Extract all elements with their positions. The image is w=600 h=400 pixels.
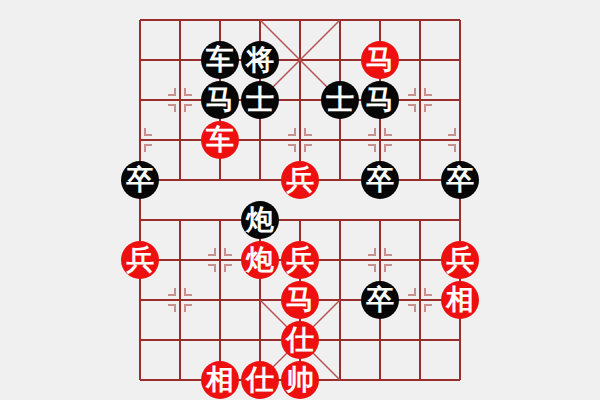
piece-red-horse[interactable]: 马: [361, 41, 399, 79]
board-intersection[interactable]: 车: [200, 40, 240, 80]
board-intersection[interactable]: 炮: [240, 240, 280, 280]
board-intersection[interactable]: [200, 240, 240, 280]
board-intersection[interactable]: [240, 120, 280, 160]
board-intersection[interactable]: [160, 40, 200, 80]
board-intersection[interactable]: 卒: [360, 160, 400, 200]
board-intersection[interactable]: [160, 160, 200, 200]
board-intersection[interactable]: [360, 320, 400, 360]
board-intersection[interactable]: 帅: [280, 360, 320, 400]
board-intersection[interactable]: 相: [200, 360, 240, 400]
board-intersection[interactable]: [240, 280, 280, 320]
piece-red-soldier[interactable]: 兵: [121, 241, 159, 279]
board-intersection[interactable]: 兵: [280, 240, 320, 280]
piece-red-advisor[interactable]: 仕: [281, 321, 319, 359]
board-intersection[interactable]: 仕: [280, 320, 320, 360]
board-intersection[interactable]: [360, 120, 400, 160]
piece-black-horse[interactable]: 马: [201, 81, 239, 119]
board-intersection[interactable]: [320, 280, 360, 320]
board-intersection[interactable]: [160, 0, 200, 40]
board-intersection[interactable]: [200, 280, 240, 320]
board-intersection[interactable]: [400, 320, 440, 360]
board-intersection[interactable]: [120, 360, 160, 400]
board-intersection[interactable]: [240, 0, 280, 40]
board-intersection[interactable]: [280, 120, 320, 160]
board-intersection[interactable]: [160, 200, 200, 240]
board-intersection[interactable]: [160, 80, 200, 120]
xiangqi-app: 车将马马士士马车卒兵卒卒炮兵炮兵兵马卒相仕相仕帅: [0, 0, 600, 400]
board-intersection[interactable]: [160, 320, 200, 360]
board-intersection[interactable]: [320, 360, 360, 400]
board-intersection[interactable]: 兵: [280, 160, 320, 200]
board-intersection[interactable]: [360, 240, 400, 280]
board-intersection[interactable]: [440, 40, 480, 80]
board-intersection[interactable]: 马: [280, 280, 320, 320]
board-intersection[interactable]: [320, 40, 360, 80]
piece-black-cannon[interactable]: 炮: [241, 201, 279, 239]
board-intersection[interactable]: [320, 240, 360, 280]
board-intersection[interactable]: [160, 240, 200, 280]
piece-black-soldier[interactable]: 卒: [361, 161, 399, 199]
board-intersection[interactable]: [120, 320, 160, 360]
board-intersection[interactable]: [320, 320, 360, 360]
piece-red-elephant[interactable]: 相: [441, 281, 479, 319]
board-intersection[interactable]: [160, 120, 200, 160]
board-intersection[interactable]: [440, 0, 480, 40]
board-intersection[interactable]: [360, 0, 400, 40]
xiangqi-piece-grid: 车将马马士士马车卒兵卒卒炮兵炮兵兵马卒相仕相仕帅: [120, 0, 480, 400]
board-intersection[interactable]: 仕: [240, 360, 280, 400]
board-intersection[interactable]: [320, 0, 360, 40]
board-intersection[interactable]: [400, 80, 440, 120]
board-intersection[interactable]: 士: [240, 80, 280, 120]
board-intersection[interactable]: [240, 160, 280, 200]
board-intersection[interactable]: [280, 0, 320, 40]
board-intersection[interactable]: [200, 200, 240, 240]
piece-black-soldier[interactable]: 卒: [441, 161, 479, 199]
board-intersection[interactable]: [280, 80, 320, 120]
board-intersection[interactable]: [240, 320, 280, 360]
board-intersection[interactable]: [400, 240, 440, 280]
board-intersection[interactable]: [120, 120, 160, 160]
board-intersection[interactable]: 将: [240, 40, 280, 80]
board-intersection[interactable]: [400, 160, 440, 200]
piece-black-general[interactable]: 将: [241, 41, 279, 79]
piece-red-general[interactable]: 帅: [281, 361, 319, 399]
piece-red-soldier[interactable]: 兵: [441, 241, 479, 279]
board-intersection[interactable]: [400, 280, 440, 320]
piece-red-soldier[interactable]: 兵: [281, 241, 319, 279]
piece-black-chariot[interactable]: 车: [201, 41, 239, 79]
board-intersection[interactable]: [440, 120, 480, 160]
board-intersection[interactable]: [320, 160, 360, 200]
board-intersection[interactable]: [200, 160, 240, 200]
piece-black-advisor[interactable]: 士: [241, 81, 279, 119]
board-intersection[interactable]: 卒: [360, 280, 400, 320]
board-intersection[interactable]: [440, 360, 480, 400]
board-intersection[interactable]: [200, 0, 240, 40]
board-intersection[interactable]: [400, 200, 440, 240]
board-intersection[interactable]: [440, 200, 480, 240]
piece-black-advisor[interactable]: 士: [321, 81, 359, 119]
board-intersection[interactable]: [400, 360, 440, 400]
board-intersection[interactable]: 炮: [240, 200, 280, 240]
piece-black-soldier[interactable]: 卒: [361, 281, 399, 319]
board-intersection[interactable]: [160, 360, 200, 400]
board-intersection[interactable]: 车: [200, 120, 240, 160]
board-intersection[interactable]: [440, 320, 480, 360]
board-intersection[interactable]: [120, 0, 160, 40]
board-intersection[interactable]: [360, 360, 400, 400]
piece-red-elephant[interactable]: 相: [201, 361, 239, 399]
board-intersection[interactable]: [320, 120, 360, 160]
board-intersection[interactable]: 相: [440, 280, 480, 320]
piece-red-soldier[interactable]: 兵: [281, 161, 319, 199]
piece-red-horse[interactable]: 马: [281, 281, 319, 319]
piece-red-chariot[interactable]: 车: [201, 121, 239, 159]
board-intersection[interactable]: [120, 200, 160, 240]
board-intersection[interactable]: 兵: [440, 240, 480, 280]
board-intersection[interactable]: 士: [320, 80, 360, 120]
piece-black-soldier[interactable]: 卒: [121, 161, 159, 199]
board-intersection[interactable]: [440, 80, 480, 120]
board-intersection[interactable]: [320, 200, 360, 240]
board-intersection[interactable]: [120, 80, 160, 120]
board-intersection[interactable]: [120, 280, 160, 320]
board-intersection[interactable]: [400, 0, 440, 40]
board-intersection[interactable]: 马: [360, 40, 400, 80]
board-intersection[interactable]: 卒: [120, 160, 160, 200]
board-intersection[interactable]: [280, 40, 320, 80]
board-intersection[interactable]: [400, 40, 440, 80]
board-intersection[interactable]: 兵: [120, 240, 160, 280]
board-intersection[interactable]: [280, 200, 320, 240]
piece-red-cannon[interactable]: 炮: [241, 241, 279, 279]
board-intersection[interactable]: [360, 200, 400, 240]
board-intersection[interactable]: 马: [200, 80, 240, 120]
board-intersection[interactable]: 马: [360, 80, 400, 120]
board-intersection[interactable]: [160, 280, 200, 320]
board-intersection[interactable]: [120, 40, 160, 80]
board-intersection[interactable]: 卒: [440, 160, 480, 200]
board-intersection[interactable]: [200, 320, 240, 360]
piece-red-advisor[interactable]: 仕: [241, 361, 279, 399]
piece-black-horse[interactable]: 马: [361, 81, 399, 119]
board-intersection[interactable]: [400, 120, 440, 160]
